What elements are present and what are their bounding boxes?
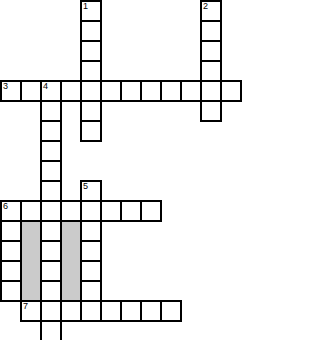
cell[interactable] [180, 80, 202, 102]
cell[interactable] [120, 300, 142, 322]
cell[interactable] [160, 300, 182, 322]
cell[interactable] [200, 80, 222, 102]
clue-number: 1 [83, 2, 88, 11]
clue-number: 3 [3, 82, 8, 91]
cell[interactable] [80, 200, 102, 222]
cell[interactable]: 3 [0, 80, 22, 102]
cell[interactable] [40, 100, 62, 122]
cell[interactable] [20, 80, 42, 102]
cell[interactable] [80, 260, 102, 282]
cell[interactable] [120, 80, 142, 102]
cell[interactable] [40, 120, 62, 142]
cell[interactable] [60, 200, 82, 222]
cell[interactable] [40, 260, 62, 282]
cell[interactable] [80, 240, 102, 262]
cell[interactable] [100, 80, 122, 102]
shaded-cell-strip[interactable] [20, 220, 42, 302]
cell[interactable] [60, 300, 82, 322]
cell[interactable] [20, 200, 42, 222]
cell[interactable] [40, 200, 62, 222]
cell[interactable] [140, 200, 162, 222]
cell[interactable] [200, 20, 222, 42]
cell[interactable] [0, 240, 22, 262]
cell[interactable] [120, 200, 142, 222]
cell[interactable]: 4 [40, 80, 62, 102]
crossword-grid: 1234567 [0, 0, 320, 340]
cell[interactable]: 1 [80, 0, 102, 22]
cell[interactable] [0, 220, 22, 242]
clue-number: 4 [43, 82, 48, 91]
cell[interactable] [0, 260, 22, 282]
cell[interactable] [80, 80, 102, 102]
cell[interactable]: 2 [200, 0, 222, 22]
cell[interactable] [40, 220, 62, 242]
cell[interactable] [40, 320, 62, 340]
cell[interactable] [220, 80, 242, 102]
cell[interactable] [80, 300, 102, 322]
clue-number: 2 [203, 2, 208, 11]
cell[interactable] [40, 160, 62, 182]
cell[interactable] [140, 80, 162, 102]
cell[interactable] [200, 60, 222, 82]
clue-number: 5 [83, 182, 88, 191]
cell[interactable] [140, 300, 162, 322]
cell[interactable] [100, 300, 122, 322]
cell[interactable] [40, 240, 62, 262]
clue-number: 7 [23, 302, 28, 311]
cell[interactable]: 7 [20, 300, 42, 322]
cell[interactable] [40, 140, 62, 162]
cell[interactable] [80, 120, 102, 142]
cell[interactable] [80, 280, 102, 302]
cell[interactable] [40, 280, 62, 302]
cell[interactable] [80, 220, 102, 242]
cell[interactable] [40, 300, 62, 322]
clue-number: 6 [3, 202, 8, 211]
cell[interactable]: 5 [80, 180, 102, 202]
cell[interactable] [80, 20, 102, 42]
cell[interactable] [80, 60, 102, 82]
cell[interactable] [80, 40, 102, 62]
cell[interactable] [200, 40, 222, 62]
cell[interactable] [80, 100, 102, 122]
cell[interactable]: 6 [0, 200, 22, 222]
cell[interactable] [160, 80, 182, 102]
cell[interactable] [100, 200, 122, 222]
shaded-cell-strip[interactable] [60, 220, 82, 302]
cell[interactable] [60, 80, 82, 102]
cell[interactable] [200, 100, 222, 122]
cell[interactable] [0, 280, 22, 302]
cell[interactable] [40, 180, 62, 202]
